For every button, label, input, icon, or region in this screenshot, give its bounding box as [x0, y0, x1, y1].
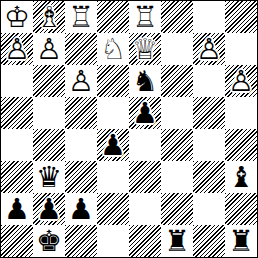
piece-black-rook-h1: ♜ — [225, 225, 257, 257]
square-c8[interactable]: ♜♖ — [65, 1, 97, 33]
piece-white-rook-c8: ♖ — [65, 1, 97, 33]
square-e3[interactable] — [129, 161, 161, 193]
square-h5[interactable] — [225, 97, 257, 129]
square-a2[interactable]: ♟ — [1, 193, 33, 225]
square-a7[interactable]: ♟♙ — [1, 33, 33, 65]
square-b3[interactable]: ♛ — [33, 161, 65, 193]
square-d5[interactable] — [97, 97, 129, 129]
square-f5[interactable] — [161, 97, 193, 129]
square-b8[interactable]: ♝♗ — [33, 1, 65, 33]
square-b4[interactable] — [33, 129, 65, 161]
piece-black-pawn-a2: ♟ — [1, 193, 33, 225]
square-b6[interactable] — [33, 65, 65, 97]
piece-white-pawn-g7: ♙ — [193, 33, 225, 65]
square-a3[interactable] — [1, 161, 33, 193]
piece-black-pawn-d4: ♟ — [97, 129, 129, 161]
square-b5[interactable] — [33, 97, 65, 129]
piece-white-knight-d7: ♘ — [97, 33, 129, 65]
square-g5[interactable] — [193, 97, 225, 129]
square-h3[interactable]: ♝ — [225, 161, 257, 193]
chess-board: ♚♔♝♗♜♖♜♖♟♙♟♙♞♘♛♕♟♙♟♙♞♟♙♟♟♛♝♟♟♟♚♜♜ — [1, 1, 257, 257]
piece-black-bishop-h3: ♝ — [225, 161, 257, 193]
square-a1[interactable] — [1, 225, 33, 257]
piece-black-queen-b3: ♛ — [33, 161, 65, 193]
square-a8[interactable]: ♚♔ — [1, 1, 33, 33]
square-f2[interactable] — [161, 193, 193, 225]
square-g4[interactable] — [193, 129, 225, 161]
square-h6[interactable]: ♟♙ — [225, 65, 257, 97]
square-b7[interactable]: ♟♙ — [33, 33, 65, 65]
square-e5[interactable]: ♟ — [129, 97, 161, 129]
piece-white-pawn-c6: ♙ — [65, 65, 97, 97]
square-c3[interactable] — [65, 161, 97, 193]
square-a4[interactable] — [1, 129, 33, 161]
square-g7[interactable]: ♟♙ — [193, 33, 225, 65]
piece-black-king-b1: ♚ — [33, 225, 65, 257]
square-f4[interactable] — [161, 129, 193, 161]
square-c4[interactable] — [65, 129, 97, 161]
piece-white-pawn-b7: ♙ — [33, 33, 65, 65]
square-h4[interactable] — [225, 129, 257, 161]
square-d7[interactable]: ♞♘ — [97, 33, 129, 65]
piece-black-knight-e6: ♞ — [129, 65, 161, 97]
square-c1[interactable] — [65, 225, 97, 257]
piece-white-king-a8: ♔ — [1, 1, 33, 33]
square-b1[interactable]: ♚ — [33, 225, 65, 257]
piece-white-pawn-h6: ♙ — [225, 65, 257, 97]
square-g2[interactable] — [193, 193, 225, 225]
square-d6[interactable] — [97, 65, 129, 97]
piece-white-pawn-a7: ♙ — [1, 33, 33, 65]
square-f6[interactable] — [161, 65, 193, 97]
square-h1[interactable]: ♜ — [225, 225, 257, 257]
chess-board-frame: ♚♔♝♗♜♖♜♖♟♙♟♙♞♘♛♕♟♙♟♙♞♟♙♟♟♛♝♟♟♟♚♜♜ — [0, 0, 258, 258]
square-f8[interactable] — [161, 1, 193, 33]
square-e4[interactable] — [129, 129, 161, 161]
square-h8[interactable] — [225, 1, 257, 33]
square-h7[interactable] — [225, 33, 257, 65]
square-c5[interactable] — [65, 97, 97, 129]
piece-black-rook-f1: ♜ — [161, 225, 193, 257]
square-f1[interactable]: ♜ — [161, 225, 193, 257]
square-g1[interactable] — [193, 225, 225, 257]
square-f3[interactable] — [161, 161, 193, 193]
piece-black-pawn-e5: ♟ — [129, 97, 161, 129]
square-c2[interactable]: ♟ — [65, 193, 97, 225]
square-g3[interactable] — [193, 161, 225, 193]
square-d3[interactable] — [97, 161, 129, 193]
square-d2[interactable] — [97, 193, 129, 225]
square-g6[interactable] — [193, 65, 225, 97]
square-d4[interactable]: ♟ — [97, 129, 129, 161]
square-d8[interactable] — [97, 1, 129, 33]
square-d1[interactable] — [97, 225, 129, 257]
square-e1[interactable] — [129, 225, 161, 257]
square-e6[interactable]: ♞ — [129, 65, 161, 97]
square-e8[interactable]: ♜♖ — [129, 1, 161, 33]
square-c6[interactable]: ♟♙ — [65, 65, 97, 97]
square-a6[interactable] — [1, 65, 33, 97]
piece-white-rook-e8: ♖ — [129, 1, 161, 33]
square-e2[interactable] — [129, 193, 161, 225]
square-f7[interactable] — [161, 33, 193, 65]
square-h2[interactable] — [225, 193, 257, 225]
square-e7[interactable]: ♛♕ — [129, 33, 161, 65]
piece-black-pawn-b2: ♟ — [33, 193, 65, 225]
piece-white-bishop-b8: ♗ — [33, 1, 65, 33]
square-c7[interactable] — [65, 33, 97, 65]
piece-black-pawn-c2: ♟ — [65, 193, 97, 225]
square-g8[interactable] — [193, 1, 225, 33]
piece-white-queen-e7: ♕ — [129, 33, 161, 65]
square-a5[interactable] — [1, 97, 33, 129]
square-b2[interactable]: ♟ — [33, 193, 65, 225]
